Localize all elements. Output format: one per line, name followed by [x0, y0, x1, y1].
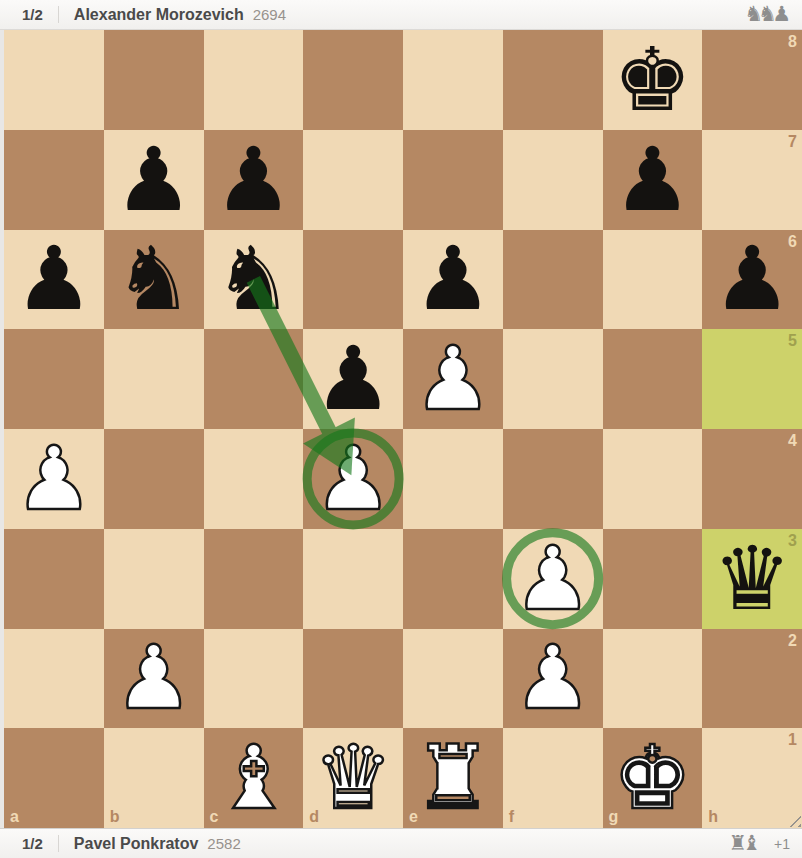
square-f8[interactable] — [503, 30, 603, 130]
square-g7[interactable]: ♟ — [603, 130, 703, 230]
top-player-rating: 2694 — [253, 6, 286, 23]
top-player-bar: 1/2 Alexander Morozevich 2694 ♞♞♟ — [0, 0, 802, 30]
square-h2[interactable]: 2 — [702, 629, 802, 729]
square-g6[interactable] — [603, 230, 703, 330]
square-h7[interactable]: 7 — [702, 130, 802, 230]
bottom-player-name[interactable]: Pavel Ponkratov — [74, 835, 199, 853]
square-d5[interactable]: ♟ — [303, 329, 403, 429]
square-b2[interactable]: ♟ — [104, 629, 204, 729]
board[interactable]: ♚8♟♟♟7♟♞♞♟♟6♟♟5♟♟4♟♛3♟♟2ab♝c♛d♜ef♚gh1 — [4, 30, 802, 828]
bar-divider — [58, 6, 59, 23]
square-e2[interactable] — [403, 629, 503, 729]
black-knight-c6[interactable]: ♞ — [204, 230, 304, 330]
square-e5[interactable]: ♟ — [403, 329, 503, 429]
white-pawn-f2[interactable]: ♟ — [503, 629, 603, 729]
square-b7[interactable]: ♟ — [104, 130, 204, 230]
square-c8[interactable] — [204, 30, 304, 130]
file-label-f: f — [509, 808, 514, 826]
square-f6[interactable] — [503, 230, 603, 330]
square-a6[interactable]: ♟ — [4, 230, 104, 330]
square-b6[interactable]: ♞ — [104, 230, 204, 330]
square-d4[interactable]: ♟ — [303, 429, 403, 529]
rank-label-7: 7 — [788, 133, 797, 151]
white-rook-e1[interactable]: ♜ — [403, 728, 503, 828]
square-e8[interactable] — [403, 30, 503, 130]
rank-label-2: 2 — [788, 632, 797, 650]
square-c2[interactable] — [204, 629, 304, 729]
square-d7[interactable] — [303, 130, 403, 230]
bottom-player-bar: 1/2 Pavel Ponkratov 2582 ♜♝ +1 — [0, 828, 802, 858]
square-a3[interactable] — [4, 529, 104, 629]
square-b1[interactable]: b — [104, 728, 204, 828]
square-b8[interactable] — [104, 30, 204, 130]
square-c7[interactable]: ♟ — [204, 130, 304, 230]
square-f2[interactable]: ♟ — [503, 629, 603, 729]
square-b3[interactable] — [104, 529, 204, 629]
top-player-score: 1/2 — [22, 6, 43, 23]
rank-label-8: 8 — [788, 33, 797, 51]
black-queen-h3[interactable]: ♛ — [702, 529, 802, 629]
black-pawn-c7[interactable]: ♟ — [204, 130, 304, 230]
square-a1[interactable]: a — [4, 728, 104, 828]
white-bishop-c1[interactable]: ♝ — [204, 728, 304, 828]
square-a7[interactable] — [4, 130, 104, 230]
black-pawn-g7[interactable]: ♟ — [603, 130, 703, 230]
square-a4[interactable]: ♟ — [4, 429, 104, 529]
white-pawn-b2[interactable]: ♟ — [104, 629, 204, 729]
square-e3[interactable] — [403, 529, 503, 629]
file-label-a: a — [10, 808, 19, 826]
board-area: ♚8♟♟♟7♟♞♞♟♟6♟♟5♟♟4♟♛3♟♟2ab♝c♛d♜ef♚gh1 — [4, 30, 802, 828]
white-queen-d1[interactable]: ♛ — [303, 728, 403, 828]
black-pawn-b7[interactable]: ♟ — [104, 130, 204, 230]
square-d3[interactable] — [303, 529, 403, 629]
white-pawn-a4[interactable]: ♟ — [4, 429, 104, 529]
square-g2[interactable] — [603, 629, 703, 729]
square-f7[interactable] — [503, 130, 603, 230]
black-pawn-a6[interactable]: ♟ — [4, 230, 104, 330]
square-a8[interactable] — [4, 30, 104, 130]
black-pawn-e6[interactable]: ♟ — [403, 230, 503, 330]
square-b4[interactable] — [104, 429, 204, 529]
rank-label-1: 1 — [788, 731, 797, 749]
black-pawn-h6[interactable]: ♟ — [702, 230, 802, 330]
bar-divider — [58, 835, 59, 852]
captured-pieces-icons-black: ♞♞♟ — [745, 4, 802, 25]
square-c1[interactable]: ♝c — [204, 728, 304, 828]
square-g8[interactable]: ♚ — [603, 30, 703, 130]
square-g5[interactable] — [603, 329, 703, 429]
square-h3[interactable]: ♛3 — [702, 529, 802, 629]
rank-label-4: 4 — [788, 432, 797, 450]
square-d8[interactable] — [303, 30, 403, 130]
square-d1[interactable]: ♛d — [303, 728, 403, 828]
bottom-player-rating: 2582 — [207, 835, 240, 852]
square-h5[interactable]: 5 — [702, 329, 802, 429]
black-pawn-d5[interactable]: ♟ — [303, 329, 403, 429]
square-d2[interactable] — [303, 629, 403, 729]
square-h8[interactable]: 8 — [702, 30, 802, 130]
square-a2[interactable] — [4, 629, 104, 729]
square-f5[interactable] — [503, 329, 603, 429]
square-g4[interactable] — [603, 429, 703, 529]
square-e1[interactable]: ♜e — [403, 728, 503, 828]
square-g3[interactable] — [603, 529, 703, 629]
white-pawn-d4[interactable]: ♟ — [303, 429, 403, 529]
bottom-player-score: 1/2 — [22, 835, 43, 852]
square-c3[interactable] — [204, 529, 304, 629]
white-pawn-e5[interactable]: ♟ — [403, 329, 503, 429]
square-h6[interactable]: ♟6 — [702, 230, 802, 330]
square-c6[interactable]: ♞ — [204, 230, 304, 330]
square-c5[interactable] — [204, 329, 304, 429]
square-f4[interactable] — [503, 429, 603, 529]
white-pawn-f3[interactable]: ♟ — [503, 529, 603, 629]
file-label-h: h — [708, 808, 718, 826]
square-e6[interactable]: ♟ — [403, 230, 503, 330]
square-f1[interactable]: f — [503, 728, 603, 828]
square-f3[interactable]: ♟ — [503, 529, 603, 629]
white-king-g1[interactable]: ♚ — [603, 728, 703, 828]
rank-label-5: 5 — [788, 332, 797, 350]
square-a5[interactable] — [4, 329, 104, 429]
square-g1[interactable]: ♚g — [603, 728, 703, 828]
square-h1[interactable]: h1 — [702, 728, 802, 828]
square-e4[interactable] — [403, 429, 503, 529]
square-d6[interactable] — [303, 230, 403, 330]
black-king-g8[interactable]: ♚ — [603, 30, 703, 130]
square-h4[interactable]: 4 — [702, 429, 802, 529]
black-knight-b6[interactable]: ♞ — [104, 230, 204, 330]
captured-pieces-icons-white: ♜♝ — [728, 833, 772, 854]
square-b5[interactable] — [104, 329, 204, 429]
material-advantage: +1 — [774, 836, 802, 852]
square-c4[interactable] — [204, 429, 304, 529]
top-player-name[interactable]: Alexander Morozevich — [74, 6, 244, 24]
file-label-b: b — [110, 808, 120, 826]
square-e7[interactable] — [403, 130, 503, 230]
